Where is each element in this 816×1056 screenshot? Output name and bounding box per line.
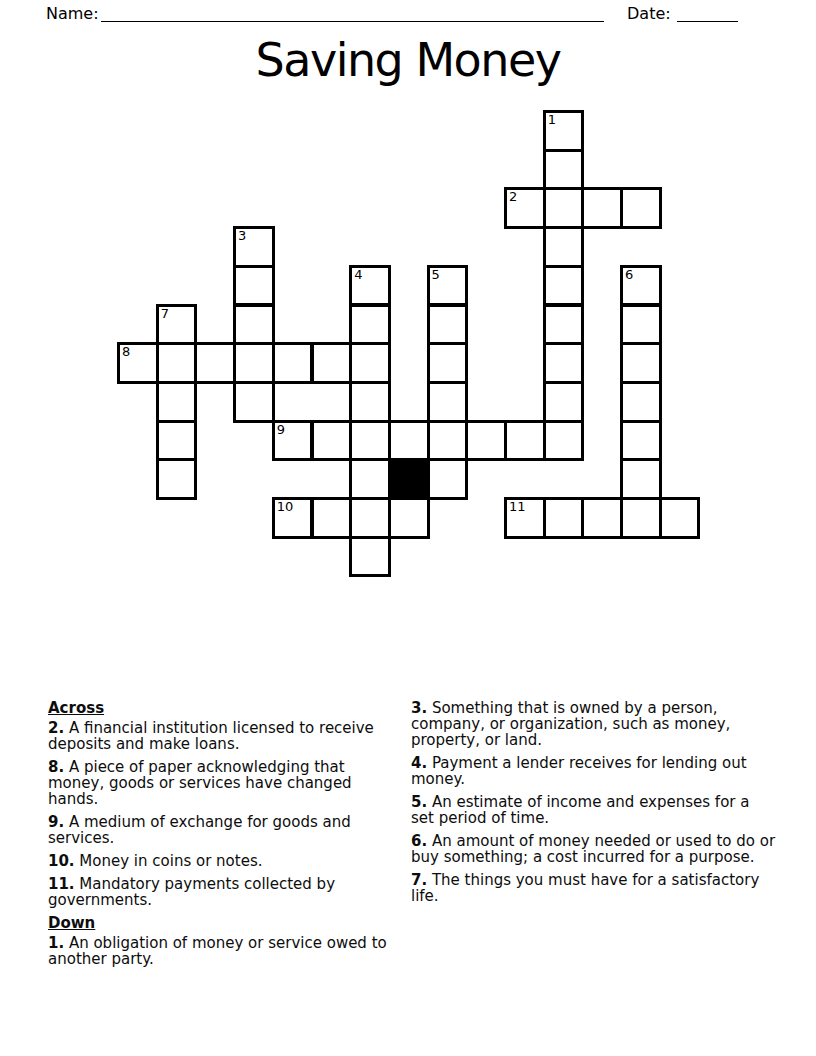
cell-number: 5 xyxy=(432,268,440,282)
cell-number: 7 xyxy=(161,307,169,321)
cell-number: 1 xyxy=(548,113,556,127)
grid-cell[interactable] xyxy=(427,458,469,500)
grid-cell[interactable] xyxy=(620,187,662,229)
grid-cell[interactable] xyxy=(233,381,275,423)
clue-down-4: 4. Payment a lender receives for lending… xyxy=(411,755,777,787)
grid-cell[interactable] xyxy=(349,342,391,384)
grid-cell[interactable] xyxy=(620,342,662,384)
page-title: Saving Money xyxy=(0,33,816,87)
grid-cell[interactable] xyxy=(543,420,585,462)
grid-cell[interactable] xyxy=(349,497,391,539)
grid-cell[interactable] xyxy=(311,497,353,539)
crossword-grid: 1234567891011 xyxy=(117,110,701,578)
name-label: Name: xyxy=(46,4,99,23)
grid-cell[interactable] xyxy=(620,458,662,500)
grid-cell[interactable] xyxy=(620,420,662,462)
grid-cell[interactable] xyxy=(349,420,391,462)
grid-cell[interactable]: 6 xyxy=(620,265,662,307)
clue-number: 5. xyxy=(411,793,427,811)
clues-right-column: 3. Something that is owned by a person, … xyxy=(411,700,777,911)
grid-cell[interactable] xyxy=(194,342,236,384)
grid-cell[interactable]: 11 xyxy=(504,497,546,539)
grid-cell[interactable]: 7 xyxy=(156,304,198,346)
clue-number: 1. xyxy=(48,934,64,952)
clue-number: 2. xyxy=(48,719,64,737)
grid-cell[interactable] xyxy=(543,342,585,384)
cell-number: 2 xyxy=(509,190,517,204)
grid-cell[interactable]: 3 xyxy=(233,226,275,268)
grid-cell[interactable] xyxy=(233,304,275,346)
grid-cell[interactable] xyxy=(620,497,662,539)
clue-number: 7. xyxy=(411,871,427,889)
grid-cell[interactable] xyxy=(581,187,623,229)
clue-number: 6. xyxy=(411,832,427,850)
cell-number: 4 xyxy=(354,268,362,282)
grid-cell[interactable] xyxy=(156,342,198,384)
grid-cell[interactable] xyxy=(543,381,585,423)
grid-cell[interactable] xyxy=(156,458,198,500)
clue-down-3: 3. Something that is owned by a person, … xyxy=(411,700,777,748)
clue-across-8: 8. A piece of paper acknowledging that m… xyxy=(48,759,404,807)
grid-cell[interactable] xyxy=(349,536,391,578)
grid-cell[interactable]: 8 xyxy=(117,342,159,384)
grid-cell[interactable] xyxy=(620,381,662,423)
clue-down-6: 6. An amount of money needed or used to … xyxy=(411,833,777,865)
date-line xyxy=(677,20,738,22)
grid-cell[interactable]: 4 xyxy=(349,265,391,307)
grid-cell[interactable] xyxy=(543,304,585,346)
grid-cell[interactable] xyxy=(581,497,623,539)
clue-down-5: 5. An estimate of income and expenses fo… xyxy=(411,794,777,826)
date-label: Date: xyxy=(627,4,671,23)
grid-cell[interactable] xyxy=(233,265,275,307)
grid-cell[interactable] xyxy=(620,304,662,346)
grid-cell[interactable]: 1 xyxy=(543,110,585,152)
grid-cell[interactable] xyxy=(543,187,585,229)
grid-cell[interactable] xyxy=(543,149,585,191)
grid-cell[interactable] xyxy=(427,381,469,423)
grid-cell[interactable] xyxy=(659,497,701,539)
cell-number: 6 xyxy=(625,268,633,282)
clue-number: 10. xyxy=(48,852,75,870)
cell-number: 9 xyxy=(277,423,285,437)
blocked-cell xyxy=(388,458,430,500)
grid-cell[interactable] xyxy=(543,497,585,539)
grid-cell[interactable] xyxy=(349,458,391,500)
grid-cell[interactable] xyxy=(388,420,430,462)
clue-number: 4. xyxy=(411,754,427,772)
clue-across-10: 10. Money in coins or notes. xyxy=(48,853,404,869)
clue-across-2: 2. A financial institution licensed to r… xyxy=(48,720,404,752)
grid-cell[interactable]: 9 xyxy=(272,420,314,462)
clue-number: 9. xyxy=(48,813,64,831)
down-heading: Down xyxy=(48,915,404,931)
cell-number: 8 xyxy=(122,345,130,359)
grid-cell[interactable] xyxy=(504,420,546,462)
name-line xyxy=(101,20,604,22)
clue-down-1: 1. An obligation of money or service owe… xyxy=(48,935,404,967)
clue-across-11: 11. Mandatory payments collected by gove… xyxy=(48,876,404,908)
grid-cell[interactable] xyxy=(156,420,198,462)
grid-cell[interactable] xyxy=(427,420,469,462)
cell-number: 11 xyxy=(509,500,526,514)
grid-cell[interactable] xyxy=(465,420,507,462)
grid-cell[interactable]: 5 xyxy=(427,265,469,307)
grid-cell[interactable] xyxy=(311,342,353,384)
clue-down-7: 7. The things you must have for a satisf… xyxy=(411,872,777,904)
grid-cell[interactable] xyxy=(543,226,585,268)
worksheet-page: Name: Date: Saving Money 1234567891011 A… xyxy=(0,0,816,1056)
grid-cell[interactable]: 10 xyxy=(272,497,314,539)
clue-number: 3. xyxy=(411,699,427,717)
clue-number: 11. xyxy=(48,875,75,893)
clue-across-9: 9. A medium of exchange for goods and se… xyxy=(48,814,404,846)
grid-cell[interactable] xyxy=(427,342,469,384)
across-heading: Across xyxy=(48,700,404,716)
cell-number: 3 xyxy=(238,229,246,243)
grid-cell[interactable] xyxy=(349,381,391,423)
clue-number: 8. xyxy=(48,758,64,776)
grid-cell[interactable] xyxy=(388,497,430,539)
grid-cell[interactable] xyxy=(427,304,469,346)
grid-cell[interactable] xyxy=(543,265,585,307)
grid-cell[interactable]: 2 xyxy=(504,187,546,229)
cell-number: 10 xyxy=(277,500,294,514)
grid-cell[interactable] xyxy=(156,381,198,423)
clues-left-column: Across2. A financial institution license… xyxy=(48,700,404,974)
grid-cell[interactable] xyxy=(233,342,275,384)
grid-cell[interactable] xyxy=(311,420,353,462)
grid-cell[interactable] xyxy=(349,304,391,346)
grid-cell[interactable] xyxy=(272,342,314,384)
